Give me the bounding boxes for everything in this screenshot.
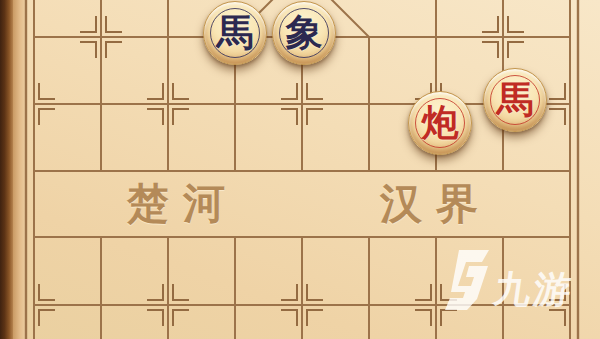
river-label-chuhe: 楚河 [113, 176, 239, 232]
piece-glyph-cannon: 炮 [409, 92, 471, 154]
piece-black-horse[interactable]: 馬 [203, 1, 267, 65]
piece-red-cannon[interactable]: 炮 [408, 91, 472, 155]
river-label-hanjie: 汉界 [366, 176, 492, 232]
piece-red-horse[interactable]: 馬 [483, 68, 547, 132]
xiangqi-board: 楚河 汉界 馬象炮馬 九游 [0, 0, 600, 339]
piece-glyph-horse: 馬 [484, 69, 546, 131]
piece-black-elephant[interactable]: 象 [272, 1, 336, 65]
piece-glyph-elephant: 象 [273, 2, 335, 64]
piece-glyph-horse: 馬 [204, 2, 266, 64]
